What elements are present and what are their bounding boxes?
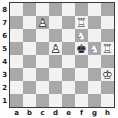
square-b2[interactable] [23,81,36,94]
square-b4[interactable] [23,55,36,68]
square-d1[interactable] [49,94,62,107]
square-c1[interactable] [36,94,49,107]
square-g6[interactable] [88,29,101,42]
square-e6[interactable] [62,29,75,42]
square-b1[interactable] [23,94,36,107]
rank-label-3: 3 [0,68,8,81]
file-label-h: h [101,108,114,118]
square-g3[interactable] [88,68,101,81]
square-a3[interactable] [10,68,23,81]
square-e7[interactable] [62,16,75,29]
square-e5[interactable] [62,42,75,55]
square-c2[interactable] [36,81,49,94]
rank-label-6: 6 [0,29,8,42]
square-b6[interactable] [23,29,36,42]
file-label-f: f [75,108,88,118]
square-d5[interactable]: ♟♙ [49,42,62,55]
square-g5[interactable]: ♞♘ [88,42,101,55]
square-d6[interactable] [49,29,62,42]
square-e1[interactable] [62,94,75,107]
rank-label-5: 5 [0,42,8,55]
square-f2[interactable] [75,81,88,94]
chess-diagram: 87654321 ♟♙♜♖♞♘♟♙♚♞♘♜♖♚♔ abcdefgh [0,0,118,118]
white-pawn-icon: ♟♙ [50,43,61,55]
square-f1[interactable] [75,94,88,107]
file-labels: abcdefgh [10,108,114,118]
square-f8[interactable] [75,3,88,16]
rank-label-1: 1 [0,94,8,107]
square-d2[interactable] [49,81,62,94]
square-c5[interactable] [36,42,49,55]
white-rook-icon: ♜♖ [76,17,87,29]
square-d4[interactable] [49,55,62,68]
square-h2[interactable] [101,81,114,94]
square-b5[interactable] [23,42,36,55]
square-a6[interactable] [10,29,23,42]
white-knight-icon: ♞♘ [76,30,87,42]
square-d8[interactable] [49,3,62,16]
square-g4[interactable] [88,55,101,68]
square-c8[interactable] [36,3,49,16]
square-d3[interactable] [49,68,62,81]
square-e2[interactable] [62,81,75,94]
square-b8[interactable] [23,3,36,16]
square-h1[interactable] [101,94,114,107]
square-b3[interactable] [23,68,36,81]
square-e4[interactable] [62,55,75,68]
square-a7[interactable] [10,16,23,29]
square-h4[interactable] [101,55,114,68]
square-h3[interactable]: ♚♔ [101,68,114,81]
square-g8[interactable] [88,3,101,16]
chess-board: ♟♙♜♖♞♘♟♙♚♞♘♜♖♚♔ [9,2,115,108]
square-a5[interactable] [10,42,23,55]
square-f5[interactable]: ♚ [75,42,88,55]
square-f7[interactable]: ♜♖ [75,16,88,29]
file-label-b: b [23,108,36,118]
square-c4[interactable] [36,55,49,68]
square-f3[interactable] [75,68,88,81]
white-rook-icon: ♜♖ [102,43,113,55]
square-c7[interactable]: ♟♙ [36,16,49,29]
white-knight-icon: ♞♘ [89,43,100,55]
square-f6[interactable]: ♞♘ [75,29,88,42]
square-a2[interactable] [10,81,23,94]
square-g7[interactable] [88,16,101,29]
square-h7[interactable] [101,16,114,29]
square-h6[interactable] [101,29,114,42]
rank-labels: 87654321 [0,3,8,107]
rank-label-4: 4 [0,55,8,68]
square-b7[interactable] [23,16,36,29]
file-label-c: c [36,108,49,118]
file-label-e: e [62,108,75,118]
rank-label-2: 2 [0,81,8,94]
square-h8[interactable] [101,3,114,16]
square-a1[interactable] [10,94,23,107]
square-c3[interactable] [36,68,49,81]
white-pawn-icon: ♟♙ [37,17,48,29]
square-f4[interactable] [75,55,88,68]
file-label-d: d [49,108,62,118]
rank-label-7: 7 [0,16,8,29]
square-g1[interactable] [88,94,101,107]
square-d7[interactable] [49,16,62,29]
square-e3[interactable] [62,68,75,81]
square-e8[interactable] [62,3,75,16]
square-c6[interactable] [36,29,49,42]
black-king-icon: ♚ [76,43,87,55]
rank-label-8: 8 [0,3,8,16]
file-label-a: a [10,108,23,118]
square-g2[interactable] [88,81,101,94]
white-king-icon: ♚♔ [102,69,113,81]
square-h5[interactable]: ♜♖ [101,42,114,55]
file-label-g: g [88,108,101,118]
square-a4[interactable] [10,55,23,68]
square-a8[interactable] [10,3,23,16]
